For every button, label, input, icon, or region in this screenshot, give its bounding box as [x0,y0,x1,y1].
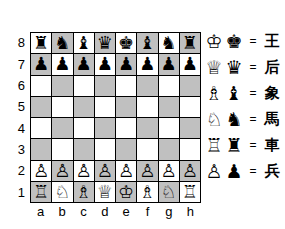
black-pawn-piece: ♟ [97,55,113,73]
square-e4[interactable] [116,118,136,138]
square-h3[interactable] [180,139,200,159]
white-king-piece: ♔ [118,182,134,200]
square-e5[interactable] [116,97,136,117]
square-f5[interactable] [137,97,157,117]
black-queen-piece: ♛ [97,34,113,52]
white-rook-piece: ♖ [33,182,49,200]
square-a8[interactable]: ♜ [31,33,51,53]
square-b3[interactable] [52,139,72,159]
square-f2[interactable]: ♙ [137,161,157,181]
legend-row-knight: ♘ ♞ = 馬 [204,106,282,132]
square-d5[interactable] [95,97,115,117]
square-c7[interactable]: ♟ [74,54,94,74]
square-e1[interactable]: ♔ [116,182,136,202]
square-g1[interactable]: ♘ [159,182,179,202]
equals-sign: = [245,164,261,178]
square-f6[interactable] [137,76,157,96]
square-c1[interactable]: ♗ [74,182,94,202]
rank-label-8: 8 [8,32,27,53]
equals-sign: = [245,34,261,48]
square-c5[interactable] [74,97,94,117]
white-queen-piece: ♕ [97,182,113,200]
black-pawn-piece: ♟ [139,55,155,73]
black-rook-piece: ♜ [182,34,198,52]
white-knight-glyph: ♘ [204,110,224,129]
square-c2[interactable]: ♙ [74,161,94,181]
square-d2[interactable]: ♙ [95,161,115,181]
rank-label-5: 5 [8,96,27,117]
piece-name-king: 王 [262,32,282,51]
white-pawn-piece: ♙ [161,161,177,179]
square-h5[interactable] [180,97,200,117]
piece-name-rook: 車 [262,136,282,155]
square-d7[interactable]: ♟ [95,54,115,74]
white-pawn-piece: ♙ [182,161,198,179]
square-h2[interactable]: ♙ [180,161,200,181]
rank-labels: 8 7 6 5 4 3 2 1 [8,32,27,203]
white-pawn-piece: ♙ [118,161,134,179]
file-label-g: g [158,203,179,220]
black-queen-glyph: ♛ [224,58,244,77]
square-d8[interactable]: ♛ [95,33,115,53]
piece-name-pawn: 兵 [262,162,282,181]
legend-row-king: ♔ ♚ = 王 [204,28,282,54]
square-a4[interactable] [31,118,51,138]
black-rook-glyph: ♜ [224,136,244,155]
white-queen-glyph: ♕ [204,58,224,77]
file-label-d: d [94,203,115,220]
square-c3[interactable] [74,139,94,159]
black-pawn-piece: ♟ [161,55,177,73]
black-knight-piece: ♞ [54,34,70,52]
black-pawn-piece: ♟ [76,55,92,73]
square-h6[interactable] [180,76,200,96]
white-knight-piece: ♘ [161,182,177,200]
legend-row-queen: ♕ ♛ = 后 [204,54,282,80]
square-f1[interactable]: ♗ [137,182,157,202]
square-b2[interactable]: ♙ [52,161,72,181]
white-pawn-piece: ♙ [139,161,155,179]
rank-label-6: 6 [8,75,27,96]
white-bishop-glyph: ♗ [204,84,224,103]
white-pawn-piece: ♙ [97,161,113,179]
file-label-a: a [30,203,51,220]
square-c4[interactable] [74,118,94,138]
square-h7[interactable]: ♟ [180,54,200,74]
chess-diagram: 8 7 6 5 4 3 2 1 ♜♞♝♛♚♝♞♜♟♟♟♟♟♟♟♟♙♙♙♙♙♙♙♙… [0,0,285,229]
square-e3[interactable] [116,139,136,159]
square-h4[interactable] [180,118,200,138]
piece-name-queen: 后 [262,58,282,77]
square-a7[interactable]: ♟ [31,54,51,74]
square-g6[interactable] [159,76,179,96]
square-g4[interactable] [159,118,179,138]
square-b7[interactable]: ♟ [52,54,72,74]
piece-name-bishop: 象 [262,84,282,103]
piece-name-knight: 馬 [262,110,282,129]
white-rook-glyph: ♖ [204,136,224,155]
white-bishop-piece: ♗ [76,182,92,200]
black-pawn-piece: ♟ [118,55,134,73]
rank-label-7: 7 [8,53,27,74]
square-g5[interactable] [159,97,179,117]
square-b5[interactable] [52,97,72,117]
white-pawn-piece: ♙ [33,161,49,179]
black-pawn-piece: ♟ [33,55,49,73]
legend-row-rook: ♖ ♜ = 車 [204,132,282,158]
file-label-b: b [51,203,72,220]
black-knight-glyph: ♞ [224,110,244,129]
black-king-glyph: ♚ [224,32,244,51]
square-g2[interactable]: ♙ [159,161,179,181]
legend-row-bishop: ♗ ♝ = 象 [204,80,282,106]
rank-label-2: 2 [8,160,27,181]
white-king-glyph: ♔ [204,32,224,51]
equals-sign: = [245,112,261,126]
black-pawn-glyph: ♟ [224,162,244,181]
rank-label-4: 4 [8,118,27,139]
white-bishop-piece: ♗ [139,182,155,200]
square-f3[interactable] [137,139,157,159]
square-g8[interactable]: ♞ [159,33,179,53]
black-pawn-piece: ♟ [182,55,198,73]
file-label-f: f [137,203,158,220]
black-knight-piece: ♞ [161,34,177,52]
square-d6[interactable] [95,76,115,96]
square-c8[interactable]: ♝ [74,33,94,53]
white-pawn-glyph: ♙ [204,162,224,181]
square-a1[interactable]: ♖ [31,182,51,202]
square-f4[interactable] [137,118,157,138]
file-label-c: c [73,203,94,220]
square-d4[interactable] [95,118,115,138]
black-bishop-glyph: ♝ [224,84,244,103]
white-pawn-piece: ♙ [54,161,70,179]
piece-legend: ♔ ♚ = 王 ♕ ♛ = 后 ♗ ♝ = 象 ♘ ♞ = 馬 ♖ ♜ = 車 [204,28,282,184]
square-a3[interactable] [31,139,51,159]
square-f8[interactable]: ♝ [137,33,157,53]
square-a2[interactable]: ♙ [31,161,51,181]
black-king-piece: ♚ [118,34,134,52]
square-d1[interactable]: ♕ [95,182,115,202]
black-pawn-piece: ♟ [54,55,70,73]
square-e2[interactable]: ♙ [116,161,136,181]
square-g3[interactable] [159,139,179,159]
rank-label-1: 1 [8,182,27,203]
file-labels: a b c d e f g h [30,203,201,220]
square-d3[interactable] [95,139,115,159]
square-b4[interactable] [52,118,72,138]
black-bishop-piece: ♝ [76,34,92,52]
equals-sign: = [245,60,261,74]
equals-sign: = [245,86,261,100]
chess-board: ♜♞♝♛♚♝♞♜♟♟♟♟♟♟♟♟♙♙♙♙♙♙♙♙♖♘♗♕♔♗♘♖ [30,32,201,203]
square-b8[interactable]: ♞ [52,33,72,53]
square-c6[interactable] [74,76,94,96]
white-knight-piece: ♘ [54,182,70,200]
rank-label-3: 3 [8,139,27,160]
square-h8[interactable]: ♜ [180,33,200,53]
white-pawn-piece: ♙ [76,161,92,179]
legend-row-pawn: ♙ ♟ = 兵 [204,158,282,184]
square-g7[interactable]: ♟ [159,54,179,74]
square-e8[interactable]: ♚ [116,33,136,53]
square-h1[interactable]: ♖ [180,182,200,202]
white-rook-piece: ♖ [182,182,198,200]
file-label-e: e [116,203,137,220]
equals-sign: = [245,138,261,152]
square-f7[interactable]: ♟ [137,54,157,74]
square-a5[interactable] [31,97,51,117]
square-b6[interactable] [52,76,72,96]
square-e7[interactable]: ♟ [116,54,136,74]
black-bishop-piece: ♝ [139,34,155,52]
square-b1[interactable]: ♘ [52,182,72,202]
file-label-h: h [180,203,201,220]
square-e6[interactable] [116,76,136,96]
square-a6[interactable] [31,76,51,96]
black-rook-piece: ♜ [33,34,49,52]
